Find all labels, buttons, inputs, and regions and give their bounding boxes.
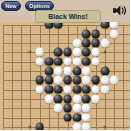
white-stone [110,22,119,29]
black-stone [72,85,81,94]
new-game-button[interactable]: New [1,1,21,11]
black-stone [100,22,109,29]
white-stone [72,48,81,57]
black-stone [82,85,91,94]
black-stone [82,94,91,103]
white-stone [63,85,72,94]
white-stone [82,113,91,122]
black-stone [100,67,109,76]
black-stone [63,76,72,85]
black-stone [72,67,81,76]
new-game-button-label: New [5,3,16,9]
black-stone [63,104,72,113]
black-stone [45,22,54,29]
black-stone [63,113,72,122]
black-stone [82,29,91,38]
white-stone [100,85,109,94]
grid-line-vertical [30,25,31,131]
white-stone [45,94,54,103]
white-stone [91,48,100,57]
white-stone [72,122,81,130]
black-stone [45,67,54,76]
white-stone [100,76,109,85]
grid-line-vertical [12,25,13,131]
hoshi-point [29,125,32,128]
gomoku-board[interactable] [0,22,130,130]
white-stone [35,48,44,57]
grid-line-vertical [3,25,4,131]
black-stone [54,85,63,94]
white-stone [35,57,44,66]
white-stone [54,76,63,85]
black-stone [82,57,91,66]
black-stone [54,48,63,57]
gomoku-app-screen: New Options Black Wins! [0,0,130,130]
black-stone [35,76,44,85]
black-stone [82,48,91,57]
grid-line-horizontal [3,43,131,44]
white-stone [82,67,91,76]
hoshi-point [103,51,106,54]
white-stone [82,122,91,130]
white-stone [54,104,63,113]
black-stone [45,76,54,85]
speaker-icon[interactable] [113,2,127,13]
status-banner: Black Wins! [35,10,101,23]
grid-line-horizontal [3,127,131,128]
white-stone [91,94,100,103]
black-stone [54,22,63,29]
grid-line-vertical [123,25,124,131]
white-stone [91,57,100,66]
black-stone [63,48,72,57]
black-stone [91,29,100,38]
black-stone [91,39,100,48]
white-stone [72,94,81,103]
white-stone [100,39,109,48]
options-button-label: Options [29,3,50,9]
white-stone [72,57,81,66]
black-stone [72,76,81,85]
status-banner-text: Black Wins! [48,13,88,20]
black-stone [45,57,54,66]
white-stone [35,85,44,94]
white-stone [63,57,72,66]
white-stone [110,76,119,85]
black-stone [35,122,44,130]
grid-line-vertical [21,25,22,131]
black-stone [82,39,91,48]
white-stone [72,104,81,113]
black-stone [45,85,54,94]
white-stone [110,29,119,38]
white-stone [54,67,63,76]
white-stone [82,104,91,113]
black-stone [63,94,72,103]
black-stone [72,113,81,122]
black-stone [54,57,63,66]
white-stone [91,85,100,94]
hoshi-point [29,51,32,54]
white-stone [82,76,91,85]
white-stone [63,67,72,76]
white-stone [72,39,81,48]
black-stone [54,94,63,103]
black-stone [91,76,100,85]
hoshi-point [103,125,106,128]
